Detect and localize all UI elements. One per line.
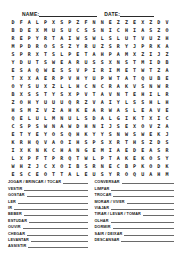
- grid-cell: N: [98, 27, 106, 35]
- grid-cell: Z: [66, 43, 74, 51]
- grid-cell: N: [90, 122, 98, 130]
- grid-cell: S: [98, 170, 106, 178]
- grid-cell: H: [74, 83, 82, 91]
- grid-cell: H: [163, 98, 171, 106]
- grid-cell: U: [50, 98, 58, 106]
- grid-cell: M: [114, 67, 122, 75]
- grid-cell: E: [25, 27, 33, 35]
- grid-cell: R: [147, 43, 155, 51]
- grid-cell: A: [114, 51, 122, 59]
- grid-cell: E: [58, 59, 66, 67]
- grid-cell: C: [114, 27, 122, 35]
- grid-cell: Y: [90, 130, 98, 138]
- grid-cell: I: [147, 51, 155, 59]
- grid-cell: U: [139, 170, 147, 178]
- grid-cell: W: [41, 122, 49, 130]
- grid-cell: U: [66, 27, 74, 35]
- grid-cell: X: [33, 27, 41, 35]
- grid-cell: I: [147, 91, 155, 99]
- grid-cell: Z: [9, 98, 17, 106]
- grid-cell: W: [66, 122, 74, 130]
- grid-cell: R: [163, 146, 171, 154]
- grid-cell: R: [98, 106, 106, 114]
- grid-cell: F: [17, 19, 25, 27]
- grid-cell: R: [9, 35, 17, 43]
- grid-cell: D: [25, 43, 33, 51]
- grid-cell: X: [17, 91, 25, 99]
- grid-cell: X: [33, 51, 41, 59]
- grid-cell: E: [163, 106, 171, 114]
- grid-cell: K: [155, 43, 163, 51]
- grid-cell: K: [74, 106, 82, 114]
- grid-cell: T: [131, 75, 139, 83]
- grid-cell: H: [122, 27, 130, 35]
- grid-cell: I: [106, 98, 114, 106]
- grid-cell: W: [9, 162, 17, 170]
- grid-cell: Q: [66, 154, 74, 162]
- grid-cell: S: [139, 83, 147, 91]
- grid-cell: N: [33, 146, 41, 154]
- grid-cell: O: [41, 43, 49, 51]
- grid-cell: X: [50, 19, 58, 27]
- grid-cell: T: [41, 154, 49, 162]
- grid-cell: A: [25, 67, 33, 75]
- grid-cell: T: [106, 154, 114, 162]
- grid-cell: Q: [33, 138, 41, 146]
- grid-cell: Z: [50, 106, 58, 114]
- grid-cell: P: [131, 162, 139, 170]
- grid-cell: K: [9, 138, 17, 146]
- grid-cell: H: [66, 106, 74, 114]
- grid-cell: Z: [114, 19, 122, 27]
- grid-cell: H: [74, 130, 82, 138]
- grid-cell: R: [163, 83, 171, 91]
- grid-cell: X: [41, 83, 49, 91]
- grid-cell: N: [90, 83, 98, 91]
- grid-cell: L: [58, 83, 66, 91]
- grid-cell: E: [17, 35, 25, 43]
- grid-cell: Z: [155, 122, 163, 130]
- grid-cell: U: [41, 98, 49, 106]
- grid-cell: W: [41, 67, 49, 75]
- grid-cell: H: [98, 51, 106, 59]
- grid-cell: S: [41, 59, 49, 67]
- grid-cell: X: [131, 122, 139, 130]
- grid-cell: A: [58, 106, 66, 114]
- grid-cell: E: [90, 146, 98, 154]
- grid-cell: L: [33, 19, 41, 27]
- grid-cell: T: [114, 75, 122, 83]
- grid-cell: D: [131, 146, 139, 154]
- word-label: DESCANSAR: [95, 238, 120, 242]
- grid-cell: S: [58, 43, 66, 51]
- grid-cell: L: [41, 114, 49, 122]
- grid-cell: R: [90, 162, 98, 170]
- grid-cell: V: [106, 91, 114, 99]
- grid-cell: R: [33, 43, 41, 51]
- grid-cell: Z: [147, 19, 155, 27]
- grid-cell: D: [90, 114, 98, 122]
- grid-cell: Q: [9, 114, 17, 122]
- grid-cell: J: [155, 51, 163, 59]
- grid-cell: W: [139, 67, 147, 75]
- grid-cell: R: [58, 154, 66, 162]
- grid-cell: S: [25, 83, 33, 91]
- word-item: ASSISTIR: [8, 242, 88, 248]
- grid-cell: B: [163, 59, 171, 67]
- grid-cell: O: [122, 170, 130, 178]
- grid-cell: W: [82, 154, 90, 162]
- grid-cell: P: [106, 51, 114, 59]
- grid-cell: X: [147, 114, 155, 122]
- grid-cell: O: [163, 27, 171, 35]
- grid-cell: S: [82, 35, 90, 43]
- grid-cell: A: [90, 51, 98, 59]
- grid-cell: Y: [33, 98, 41, 106]
- grid-cell: V: [131, 83, 139, 91]
- grid-cell: A: [98, 98, 106, 106]
- grid-cell: T: [122, 91, 130, 99]
- grid-cell: H: [155, 170, 163, 178]
- grid-cell: G: [82, 146, 90, 154]
- grid-cell: V: [147, 122, 155, 130]
- grid-cell: Y: [41, 130, 49, 138]
- grid-cell: I: [147, 59, 155, 67]
- grid-cell: S: [163, 138, 171, 146]
- grid-cell: E: [41, 75, 49, 83]
- grid-cell: E: [122, 67, 130, 75]
- grid-cell: P: [17, 51, 25, 59]
- grid-cell: R: [25, 51, 33, 59]
- grid-cell: W: [139, 130, 147, 138]
- grid-cell: M: [25, 106, 33, 114]
- grid-cell: E: [122, 146, 130, 154]
- grid-cell: K: [163, 162, 171, 170]
- worksheet-page: NAME: DATE: DFALPXSPZFNNEZZEXZDVBDEXMUSU…: [0, 0, 180, 256]
- grid-cell: R: [114, 43, 122, 51]
- grid-cell: A: [25, 19, 33, 27]
- grid-cell: W: [74, 35, 82, 43]
- grid-cell: S: [90, 59, 98, 67]
- grid-cell: L: [106, 114, 114, 122]
- name-label: NAME:: [22, 12, 39, 17]
- grid-cell: X: [17, 75, 25, 83]
- grid-cell: A: [33, 75, 41, 83]
- grid-cell: H: [131, 138, 139, 146]
- grid-cell: H: [25, 138, 33, 146]
- grid-cell: U: [122, 35, 130, 43]
- grid-cell: P: [66, 19, 74, 27]
- grid-cell: E: [17, 114, 25, 122]
- grid-cell: Q: [131, 170, 139, 178]
- grid-cell: E: [106, 19, 114, 27]
- grid-cell: I: [106, 27, 114, 35]
- grid-cell: A: [50, 138, 58, 146]
- grid-cell: O: [17, 98, 25, 106]
- grid-cell: Z: [147, 138, 155, 146]
- grid-cell: P: [58, 75, 66, 83]
- grid-cell: D: [155, 138, 163, 146]
- grid-cell: E: [131, 91, 139, 99]
- grid-cell: S: [33, 91, 41, 99]
- grid-cell: F: [82, 19, 90, 27]
- grid-cell: P: [139, 43, 147, 51]
- grid-cell: T: [82, 51, 90, 59]
- grid-cell: L: [155, 98, 163, 106]
- grid-cell: S: [131, 98, 139, 106]
- grid-cell: O: [147, 154, 155, 162]
- grid-cell: U: [147, 35, 155, 43]
- grid-cell: R: [98, 67, 106, 75]
- grid-cell: U: [33, 83, 41, 91]
- grid-cell: D: [17, 59, 25, 67]
- date-label: DATE:: [104, 12, 120, 17]
- grid-cell: T: [147, 67, 155, 75]
- grid-cell: L: [155, 91, 163, 99]
- grid-cell: P: [90, 138, 98, 146]
- grid-cell: K: [122, 83, 130, 91]
- grid-cell: B: [9, 91, 17, 99]
- grid-cell: T: [131, 35, 139, 43]
- grid-cell: L: [131, 106, 139, 114]
- grid-cell: E: [163, 75, 171, 83]
- grid-cell: S: [114, 122, 122, 130]
- grid-cell: R: [74, 59, 82, 67]
- grid-cell: K: [131, 114, 139, 122]
- letter-grid: DFALPXSPZFNNEZZEXZDVBDEXMUSUCSSNICHIASZO…: [9, 19, 171, 178]
- grid-cell: U: [82, 59, 90, 67]
- grid-cell: O: [9, 83, 17, 91]
- grid-cell: S: [17, 122, 25, 130]
- grid-cell: I: [106, 67, 114, 75]
- grid-cell: C: [74, 27, 82, 35]
- grid-cell: V: [90, 98, 98, 106]
- grid-cell: Q: [66, 130, 74, 138]
- grid-cell: S: [82, 162, 90, 170]
- grid-cell: Y: [17, 83, 25, 91]
- grid-cell: Y: [114, 98, 122, 106]
- grid-cell: Q: [33, 67, 41, 75]
- grid-cell: H: [17, 162, 25, 170]
- grid-cell: T: [58, 170, 66, 178]
- worksheet-header: NAME: DATE:: [22, 9, 154, 17]
- grid-cell: Z: [98, 43, 106, 51]
- grid-cell: B: [9, 27, 17, 35]
- grid-cell: K: [41, 146, 49, 154]
- grid-cell: Z: [33, 106, 41, 114]
- grid-cell: R: [50, 75, 58, 83]
- grid-cell: V: [41, 138, 49, 146]
- grid-cell: S: [9, 51, 17, 59]
- grid-cell: O: [50, 130, 58, 138]
- grid-cell: R: [114, 138, 122, 146]
- grid-cell: A: [58, 122, 66, 130]
- grid-cell: N: [98, 162, 106, 170]
- grid-cell: C: [98, 83, 106, 91]
- grid-cell: P: [25, 35, 33, 43]
- grid-cell: E: [50, 67, 58, 75]
- grid-cell: Y: [9, 59, 17, 67]
- grid-cell: S: [139, 138, 147, 146]
- grid-cell: Y: [82, 75, 90, 83]
- grid-cell: V: [41, 106, 49, 114]
- grid-cell: R: [82, 43, 90, 51]
- grid-cell: X: [17, 146, 25, 154]
- grid-cell: S: [106, 35, 114, 43]
- grid-cell: L: [98, 35, 106, 43]
- grid-cell: A: [90, 106, 98, 114]
- grid-cell: T: [41, 91, 49, 99]
- grid-cell: E: [131, 19, 139, 27]
- date-answer-line: [120, 11, 154, 17]
- grid-cell: A: [66, 170, 74, 178]
- grid-cell: S: [155, 146, 163, 154]
- grid-cell: B: [155, 75, 163, 83]
- grid-cell: N: [74, 146, 82, 154]
- grid-cell: V: [139, 35, 147, 43]
- grid-cell: E: [9, 67, 17, 75]
- grid-cell: S: [155, 154, 163, 162]
- grid-cell: D: [17, 27, 25, 35]
- grid-cell: Z: [155, 35, 163, 43]
- grid-cell: T: [17, 130, 25, 138]
- grid-cell: Z: [122, 19, 130, 27]
- grid-cell: V: [66, 75, 74, 83]
- grid-cell: U: [66, 114, 74, 122]
- grid-cell: P: [98, 75, 106, 83]
- answer-line: [121, 237, 174, 242]
- grid-cell: A: [122, 75, 130, 83]
- grid-cell: P: [98, 154, 106, 162]
- grid-cell: E: [139, 106, 147, 114]
- grid-cell: M: [9, 43, 17, 51]
- grid-cell: S: [58, 19, 66, 27]
- grid-cell: S: [82, 138, 90, 146]
- grid-cell: S: [58, 27, 66, 35]
- grid-cell: M: [98, 146, 106, 154]
- grid-cell: S: [90, 27, 98, 35]
- word-item: DESCANSAR: [95, 236, 175, 242]
- grid-cell: A: [66, 146, 74, 154]
- grid-cell: X: [106, 59, 114, 67]
- grid-cell: A: [114, 106, 122, 114]
- grid-cell: Z: [139, 51, 147, 59]
- grid-cell: C: [41, 162, 49, 170]
- grid-cell: X: [131, 51, 139, 59]
- grid-cell: T: [139, 114, 147, 122]
- grid-cell: T: [90, 91, 98, 99]
- grid-cell: N: [147, 83, 155, 91]
- grid-cell: E: [74, 51, 82, 59]
- grid-cell: H: [82, 122, 90, 130]
- grid-cell: O: [41, 170, 49, 178]
- grid-cell: E: [9, 170, 17, 178]
- grid-cell: S: [66, 67, 74, 75]
- grid-cell: S: [98, 59, 106, 67]
- grid-cell: K: [122, 154, 130, 162]
- grid-cell: S: [147, 27, 155, 35]
- grid-cell: T: [9, 75, 17, 83]
- grid-cell: X: [50, 162, 58, 170]
- grid-cell: U: [25, 59, 33, 67]
- grid-cell: L: [25, 114, 33, 122]
- grid-cell: G: [114, 114, 122, 122]
- grid-cell: K: [155, 130, 163, 138]
- grid-cell: Y: [33, 35, 41, 43]
- grid-cell: N: [58, 114, 66, 122]
- grid-cell: P: [17, 43, 25, 51]
- grid-cell: W: [106, 106, 114, 114]
- grid-cell: S: [122, 106, 130, 114]
- grid-cell: I: [106, 146, 114, 154]
- grid-cell: I: [66, 162, 74, 170]
- grid-cell: C: [114, 162, 122, 170]
- grid-cell: A: [98, 91, 106, 99]
- grid-cell: A: [163, 67, 171, 75]
- grid-cell: S: [17, 67, 25, 75]
- grid-cell: D: [155, 19, 163, 27]
- name-answer-line: [39, 11, 97, 17]
- grid-cell: S: [58, 67, 66, 75]
- grid-cell: V: [155, 106, 163, 114]
- grid-cell: O: [58, 162, 66, 170]
- grid-cell: K: [139, 162, 147, 170]
- grid-cell: S: [25, 91, 33, 99]
- grid-cell: Y: [98, 130, 106, 138]
- grid-cell: R: [114, 170, 122, 178]
- grid-cell: V: [82, 91, 90, 99]
- grid-cell: S: [131, 130, 139, 138]
- grid-cell: X: [17, 154, 25, 162]
- grid-cell: N: [114, 59, 122, 67]
- grid-cell: V: [74, 67, 82, 75]
- grid-cell: C: [9, 122, 17, 130]
- grid-cell: K: [25, 146, 33, 154]
- grid-cell: T: [41, 51, 49, 59]
- grid-cell: Z: [74, 19, 82, 27]
- grid-cell: T: [50, 35, 58, 43]
- grid-cell: X: [25, 75, 33, 83]
- grid-cell: C: [25, 170, 33, 178]
- grid-cell: Y: [106, 170, 114, 178]
- grid-cell: E: [147, 130, 155, 138]
- grid-cell: H: [147, 98, 155, 106]
- grid-cell: Z: [163, 51, 171, 59]
- word-list-right-column: CONVERSARLIMPARTROCARMORAR / VIVERVIAJAR…: [95, 178, 175, 248]
- grid-cell: L: [9, 154, 17, 162]
- grid-cell: C: [82, 83, 90, 91]
- grid-cell: Z: [25, 162, 33, 170]
- grid-cell: J: [106, 122, 114, 130]
- grid-cell: K: [82, 130, 90, 138]
- grid-cell: Q: [139, 75, 147, 83]
- grid-cell: X: [139, 19, 147, 27]
- grid-cell: I: [90, 67, 98, 75]
- grid-cell: D: [155, 162, 163, 170]
- grid-cell: A: [163, 122, 171, 130]
- grid-cell: Z: [50, 83, 58, 91]
- grid-cell: T: [74, 154, 82, 162]
- grid-cell: A: [147, 146, 155, 154]
- grid-cell: P: [82, 67, 90, 75]
- grid-cell: P: [25, 154, 33, 162]
- grid-cell: S: [17, 170, 25, 178]
- grid-cell: U: [50, 27, 58, 35]
- grid-cell: N: [50, 122, 58, 130]
- grid-cell: S: [58, 130, 66, 138]
- grid-cell: A: [147, 170, 155, 178]
- grid-cell: R: [106, 83, 114, 91]
